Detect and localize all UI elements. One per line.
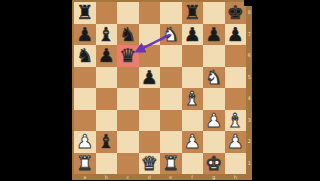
square-a3[interactable] xyxy=(74,110,96,132)
piece-black-rook[interactable]: ♜ xyxy=(182,2,204,24)
square-d2[interactable] xyxy=(139,131,161,153)
piece-black-queen[interactable]: ♛ xyxy=(117,45,139,67)
piece-black-pawn[interactable]: ♟ xyxy=(139,67,161,89)
rank-label: 1 xyxy=(247,153,253,175)
square-e7[interactable]: ♞ xyxy=(160,24,182,46)
square-h1[interactable] xyxy=(225,153,247,175)
file-label: a xyxy=(74,174,96,181)
square-g6[interactable] xyxy=(203,45,225,67)
piece-black-rook[interactable]: ♜ xyxy=(74,2,96,24)
square-f5[interactable] xyxy=(182,67,204,89)
piece-black-knight[interactable]: ♞ xyxy=(74,45,96,67)
square-h8[interactable]: ♚ xyxy=(225,2,247,24)
square-e2[interactable] xyxy=(160,131,182,153)
square-f2[interactable]: ♟ xyxy=(182,131,204,153)
piece-black-king[interactable]: ♚ xyxy=(225,2,247,24)
piece-white-pawn[interactable]: ♟ xyxy=(74,131,96,153)
square-f4[interactable]: ♝ xyxy=(182,88,204,110)
square-a5[interactable] xyxy=(74,67,96,89)
square-b7[interactable]: ♝ xyxy=(96,24,118,46)
square-d4[interactable] xyxy=(139,88,161,110)
square-b2[interactable]: ♝ xyxy=(96,131,118,153)
square-d8[interactable] xyxy=(139,2,161,24)
square-b8[interactable] xyxy=(96,2,118,24)
square-f3[interactable] xyxy=(182,110,204,132)
square-e5[interactable] xyxy=(160,67,182,89)
square-c4[interactable] xyxy=(117,88,139,110)
square-d1[interactable]: ♛ xyxy=(139,153,161,175)
rank-label: 7 xyxy=(247,24,253,46)
square-c5[interactable] xyxy=(117,67,139,89)
file-label: b xyxy=(96,174,118,181)
square-f8[interactable]: ♜ xyxy=(182,2,204,24)
square-d6[interactable] xyxy=(139,45,161,67)
file-label: g xyxy=(203,174,225,181)
square-a1[interactable]: ♜ xyxy=(74,153,96,175)
square-h7[interactable]: ♟ xyxy=(225,24,247,46)
square-e4[interactable] xyxy=(160,88,182,110)
square-h3[interactable]: ♝ xyxy=(225,110,247,132)
square-c7[interactable]: ♞ xyxy=(117,24,139,46)
square-h4[interactable] xyxy=(225,88,247,110)
square-b6[interactable]: ♟ xyxy=(96,45,118,67)
square-g2[interactable] xyxy=(203,131,225,153)
square-g5[interactable]: ♞ xyxy=(203,67,225,89)
square-g8[interactable] xyxy=(203,2,225,24)
piece-white-pawn[interactable]: ♟ xyxy=(182,131,204,153)
square-g7[interactable]: ♟ xyxy=(203,24,225,46)
rank-label: 3 xyxy=(247,110,253,132)
square-h5[interactable] xyxy=(225,67,247,89)
rank-label: 5 xyxy=(247,67,253,89)
video-frame: ♜♜♚♟♝♞♞♟♟♟♞♟♛♟♞♝♟♝♟♝♟♟♜♛♜♚ 87654321 abcd… xyxy=(0,0,320,180)
square-c6[interactable]: ♛ xyxy=(117,45,139,67)
square-a6[interactable]: ♞ xyxy=(74,45,96,67)
square-b4[interactable] xyxy=(96,88,118,110)
file-label: c xyxy=(117,174,139,181)
square-b5[interactable] xyxy=(96,67,118,89)
square-a2[interactable]: ♟ xyxy=(74,131,96,153)
square-h2[interactable]: ♟ xyxy=(225,131,247,153)
file-label: e xyxy=(160,174,182,181)
piece-white-pawn[interactable]: ♟ xyxy=(225,131,247,153)
square-c2[interactable] xyxy=(117,131,139,153)
square-e8[interactable] xyxy=(160,2,182,24)
square-e1[interactable]: ♜ xyxy=(160,153,182,175)
file-label: f xyxy=(182,174,204,181)
piece-black-bishop[interactable]: ♝ xyxy=(96,131,118,153)
frame-corner-notch xyxy=(244,0,252,6)
square-f7[interactable]: ♟ xyxy=(182,24,204,46)
piece-white-bishop[interactable]: ♝ xyxy=(225,110,247,132)
rank-label: 4 xyxy=(247,88,253,110)
square-a4[interactable] xyxy=(74,88,96,110)
piece-white-king[interactable]: ♚ xyxy=(203,153,225,175)
piece-black-pawn[interactable]: ♟ xyxy=(96,45,118,67)
rank-label: 2 xyxy=(247,131,253,153)
piece-white-pawn[interactable]: ♟ xyxy=(203,110,225,132)
file-label: h xyxy=(225,174,247,181)
square-g1[interactable]: ♚ xyxy=(203,153,225,175)
square-g3[interactable]: ♟ xyxy=(203,110,225,132)
square-d7[interactable] xyxy=(139,24,161,46)
square-b3[interactable] xyxy=(96,110,118,132)
chess-board: ♜♜♚♟♝♞♞♟♟♟♞♟♛♟♞♝♟♝♟♝♟♟♜♛♜♚ 87654321 abcd… xyxy=(72,0,252,180)
piece-black-knight[interactable]: ♞ xyxy=(117,24,139,46)
square-e6[interactable] xyxy=(160,45,182,67)
square-g4[interactable] xyxy=(203,88,225,110)
piece-white-queen[interactable]: ♛ xyxy=(139,153,161,175)
square-a8[interactable]: ♜ xyxy=(74,2,96,24)
piece-white-rook[interactable]: ♜ xyxy=(74,153,96,175)
piece-white-knight[interactable]: ♞ xyxy=(160,24,182,46)
square-d3[interactable] xyxy=(139,110,161,132)
piece-white-bishop[interactable]: ♝ xyxy=(182,88,204,110)
rank-labels: 87654321 xyxy=(247,2,253,174)
square-c3[interactable] xyxy=(117,110,139,132)
piece-black-pawn[interactable]: ♟ xyxy=(203,24,225,46)
piece-black-pawn[interactable]: ♟ xyxy=(225,24,247,46)
piece-black-pawn[interactable]: ♟ xyxy=(182,24,204,46)
square-b1[interactable] xyxy=(96,153,118,175)
square-c8[interactable] xyxy=(117,2,139,24)
square-f6[interactable] xyxy=(182,45,204,67)
square-a7[interactable]: ♟ xyxy=(74,24,96,46)
square-d5[interactable]: ♟ xyxy=(139,67,161,89)
square-f1[interactable] xyxy=(182,153,204,175)
piece-white-rook[interactable]: ♜ xyxy=(160,153,182,175)
square-e3[interactable] xyxy=(160,110,182,132)
rank-label: 6 xyxy=(247,45,253,67)
piece-black-bishop[interactable]: ♝ xyxy=(96,24,118,46)
file-label: d xyxy=(139,174,161,181)
square-c1[interactable] xyxy=(117,153,139,175)
piece-white-knight[interactable]: ♞ xyxy=(203,67,225,89)
square-h6[interactable] xyxy=(225,45,247,67)
file-labels: abcdefgh xyxy=(74,174,246,181)
piece-black-pawn[interactable]: ♟ xyxy=(74,24,96,46)
squares: ♜♜♚♟♝♞♞♟♟♟♞♟♛♟♞♝♟♝♟♝♟♟♜♛♜♚ xyxy=(74,2,246,174)
